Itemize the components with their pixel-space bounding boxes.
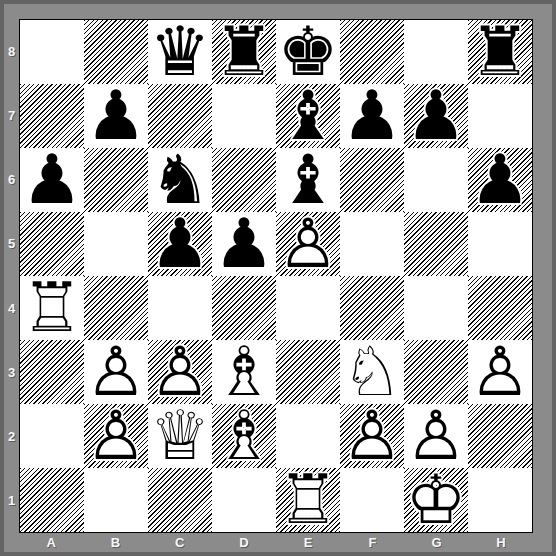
- square-a2[interactable]: [20, 404, 84, 468]
- board-frame: 8 7 6 5 4 3 2 1 ♛♛♜♜♚♚♜♜♟♟♝♝♟♟♟♟♟♟♞♞♝♝♟♟…: [0, 0, 556, 556]
- square-c3[interactable]: ♟♙: [148, 340, 212, 404]
- file-label-d: D: [239, 535, 248, 550]
- square-e1[interactable]: ♜♖: [276, 468, 340, 532]
- square-b1[interactable]: [84, 468, 148, 532]
- square-f3[interactable]: ♞♘: [340, 340, 404, 404]
- square-d3[interactable]: ♝♗: [212, 340, 276, 404]
- piece-black-pawn[interactable]: ♟: [470, 146, 531, 214]
- square-d1[interactable]: [212, 468, 276, 532]
- square-g8[interactable]: [404, 20, 468, 84]
- square-f1[interactable]: [340, 468, 404, 532]
- square-b6[interactable]: [84, 148, 148, 212]
- square-h8[interactable]: ♜♜: [468, 20, 532, 84]
- square-c6[interactable]: ♞♞: [148, 148, 212, 212]
- square-c2[interactable]: ♛♕: [148, 404, 212, 468]
- piece-white-rook[interactable]: ♖: [278, 466, 339, 534]
- file-label-c: C: [175, 535, 184, 550]
- square-h5[interactable]: [468, 212, 532, 276]
- piece-white-rook[interactable]: ♖: [22, 274, 83, 342]
- square-e3[interactable]: [276, 340, 340, 404]
- piece-black-pawn[interactable]: ♟: [22, 146, 83, 214]
- square-a4[interactable]: ♜♖: [20, 276, 84, 340]
- square-d4[interactable]: [212, 276, 276, 340]
- square-f7[interactable]: ♟♟: [340, 84, 404, 148]
- piece-white-king[interactable]: ♔: [406, 466, 467, 534]
- piece-black-pawn[interactable]: ♟: [214, 210, 275, 278]
- square-e8[interactable]: ♚♚: [276, 20, 340, 84]
- board: ♛♛♜♜♚♚♜♜♟♟♝♝♟♟♟♟♟♟♞♞♝♝♟♟♟♟♟♟♟♙♜♖♟♙♟♙♝♗♞♘…: [19, 19, 533, 533]
- file-labels: A B C D E F G H: [19, 533, 533, 552]
- square-h7[interactable]: [468, 84, 532, 148]
- square-e5[interactable]: ♟♙: [276, 212, 340, 276]
- piece-black-pawn[interactable]: ♟: [342, 82, 403, 150]
- square-g5[interactable]: [404, 212, 468, 276]
- square-c7[interactable]: [148, 84, 212, 148]
- square-g2[interactable]: ♟♙: [404, 404, 468, 468]
- square-f5[interactable]: [340, 212, 404, 276]
- square-h1[interactable]: [468, 468, 532, 532]
- piece-white-bishop[interactable]: ♗: [214, 402, 275, 470]
- square-f8[interactable]: [340, 20, 404, 84]
- rank-label-3: 3: [8, 365, 15, 380]
- piece-white-pawn[interactable]: ♙: [342, 402, 403, 470]
- square-g1[interactable]: ♚♔: [404, 468, 468, 532]
- square-f2[interactable]: ♟♙: [340, 404, 404, 468]
- square-c1[interactable]: [148, 468, 212, 532]
- square-e2[interactable]: [276, 404, 340, 468]
- square-e6[interactable]: ♝♝: [276, 148, 340, 212]
- square-c4[interactable]: [148, 276, 212, 340]
- rank-label-5: 5: [8, 236, 15, 251]
- square-f6[interactable]: [340, 148, 404, 212]
- piece-white-queen[interactable]: ♕: [150, 402, 211, 470]
- square-g6[interactable]: [404, 148, 468, 212]
- rank-label-8: 8: [8, 44, 15, 59]
- square-c8[interactable]: ♛♛: [148, 20, 212, 84]
- square-a3[interactable]: [20, 340, 84, 404]
- square-d7[interactable]: [212, 84, 276, 148]
- file-label-f: F: [368, 535, 376, 550]
- file-label-e: E: [304, 535, 313, 550]
- square-f4[interactable]: [340, 276, 404, 340]
- square-e7[interactable]: ♝♝: [276, 84, 340, 148]
- piece-black-rook[interactable]: ♜: [214, 18, 275, 86]
- rank-label-6: 6: [8, 172, 15, 187]
- square-a6[interactable]: ♟♟: [20, 148, 84, 212]
- piece-white-pawn[interactable]: ♙: [278, 210, 339, 278]
- square-b5[interactable]: [84, 212, 148, 276]
- square-g3[interactable]: [404, 340, 468, 404]
- piece-black-pawn[interactable]: ♟: [150, 210, 211, 278]
- square-b4[interactable]: [84, 276, 148, 340]
- piece-white-pawn[interactable]: ♙: [86, 402, 147, 470]
- square-b8[interactable]: [84, 20, 148, 84]
- rank-label-4: 4: [8, 301, 15, 316]
- file-label-g: G: [432, 535, 442, 550]
- square-b2[interactable]: ♟♙: [84, 404, 148, 468]
- square-g4[interactable]: [404, 276, 468, 340]
- square-a7[interactable]: [20, 84, 84, 148]
- square-a5[interactable]: [20, 212, 84, 276]
- piece-black-pawn[interactable]: ♟: [86, 82, 147, 150]
- rank-label-1: 1: [8, 493, 15, 508]
- square-d5[interactable]: ♟♟: [212, 212, 276, 276]
- piece-black-pawn[interactable]: ♟: [406, 82, 467, 150]
- rank-label-7: 7: [8, 108, 15, 123]
- file-label-a: A: [46, 535, 55, 550]
- piece-black-rook[interactable]: ♜: [470, 18, 531, 86]
- square-d6[interactable]: [212, 148, 276, 212]
- square-b7[interactable]: ♟♟: [84, 84, 148, 148]
- square-h6[interactable]: ♟♟: [468, 148, 532, 212]
- square-b3[interactable]: ♟♙: [84, 340, 148, 404]
- square-h2[interactable]: [468, 404, 532, 468]
- piece-black-queen[interactable]: ♛: [150, 18, 211, 86]
- square-d8[interactable]: ♜♜: [212, 20, 276, 84]
- square-c5[interactable]: ♟♟: [148, 212, 212, 276]
- piece-white-pawn[interactable]: ♙: [470, 338, 531, 406]
- square-a1[interactable]: [20, 468, 84, 532]
- square-a8[interactable]: [20, 20, 84, 84]
- file-label-h: H: [496, 535, 505, 550]
- square-h4[interactable]: [468, 276, 532, 340]
- square-e4[interactable]: [276, 276, 340, 340]
- file-label-b: B: [111, 535, 120, 550]
- square-d2[interactable]: ♝♗: [212, 404, 276, 468]
- square-g7[interactable]: ♟♟: [404, 84, 468, 148]
- rank-labels: 8 7 6 5 4 3 2 1: [4, 19, 19, 533]
- rank-label-2: 2: [8, 429, 15, 444]
- square-h3[interactable]: ♟♙: [468, 340, 532, 404]
